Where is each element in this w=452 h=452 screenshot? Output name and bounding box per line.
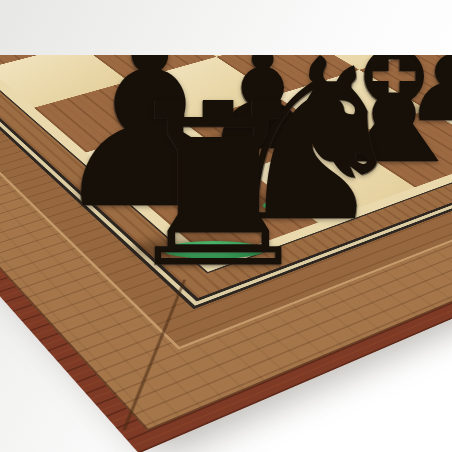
black-rook-a1: ♜ xyxy=(117,74,319,299)
product-photo-stage: ♟♟♝♟♞♜ xyxy=(0,0,452,452)
photo-crop-area: ♟♟♝♟♞♜ xyxy=(0,55,452,452)
